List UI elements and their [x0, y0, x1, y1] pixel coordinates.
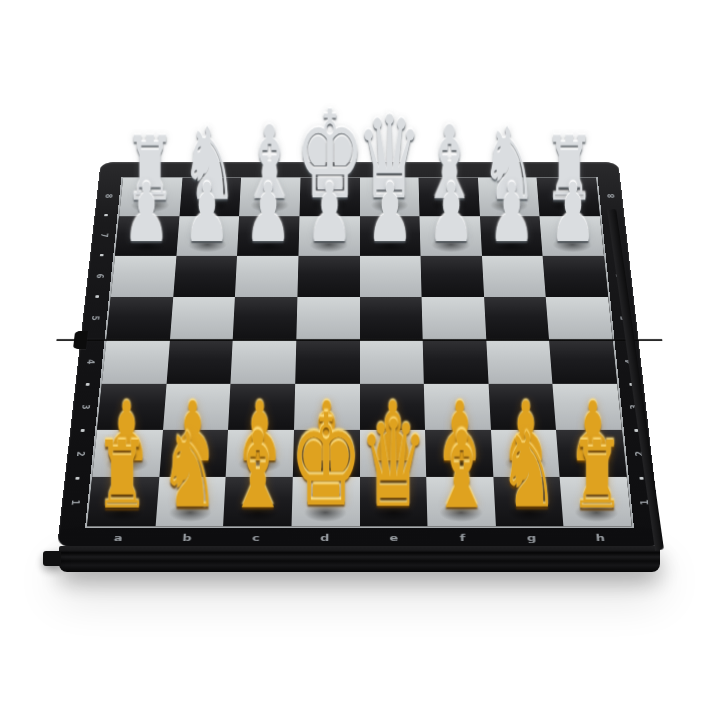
- board-latch: [43, 551, 61, 566]
- piece-gold-king-d1[interactable]: ♚: [291, 477, 359, 526]
- rank-label-left-6: 6: [93, 274, 105, 279]
- file-label-h: h: [595, 532, 606, 543]
- pieces-layer: ♜♞♝♚♛♝♞♜♟♟♟♟♟♟♟♟♟♟♟♟♟♟♟♟♜♞♝♚♛♝♞♜: [87, 178, 632, 527]
- hinge-clasp-icon: [73, 331, 88, 349]
- gold-king-glyph: ♚: [277, 402, 375, 519]
- rank-label-left-4: 4: [84, 359, 97, 364]
- file-label-b: b: [182, 532, 192, 543]
- file-label-e: e: [389, 532, 398, 543]
- piece-silver-pawn-h7[interactable]: ♟: [540, 216, 604, 256]
- board-front-edge: [59, 546, 660, 572]
- border-dot: [104, 214, 108, 216]
- rank-label-right-8: 8: [605, 194, 617, 198]
- file-label-d: d: [320, 532, 330, 543]
- file-label-a: a: [113, 532, 123, 543]
- border-dot: [95, 296, 99, 298]
- rank-label-left-5: 5: [89, 316, 101, 321]
- rank-label-left-3: 3: [79, 404, 92, 409]
- rank-label-left-2: 2: [74, 451, 87, 456]
- border-dot: [86, 383, 90, 386]
- border-dot: [75, 477, 79, 480]
- rank-label-left-8: 8: [102, 194, 114, 198]
- silver-pawn-glyph: ♟: [529, 175, 617, 250]
- gold-knight-glyph: ♞: [480, 424, 578, 520]
- border-dot: [639, 477, 643, 480]
- border-dot: [81, 429, 85, 432]
- file-label-c: c: [252, 532, 261, 543]
- border-dot: [100, 254, 104, 256]
- file-label-f: f: [460, 532, 467, 543]
- file-label-g: g: [526, 532, 536, 543]
- rank-label-left-7: 7: [98, 233, 110, 237]
- chess-board: ♜♞♝♚♛♝♞♜♟♟♟♟♟♟♟♟♟♟♟♟♟♟♟♟♜♞♝♚♛♝♞♜ abcdefg…: [57, 162, 662, 547]
- piece-gold-knight-g1[interactable]: ♞: [493, 477, 564, 526]
- product-photo-scene: ♜♞♝♚♛♝♞♜♟♟♟♟♟♟♟♟♟♟♟♟♟♟♟♟♜♞♝♚♛♝♞♜ abcdefg…: [0, 0, 720, 720]
- gold-knight-glyph: ♞: [141, 424, 239, 520]
- board-frame: ♜♞♝♚♛♝♞♜♟♟♟♟♟♟♟♟♟♟♟♟♟♟♟♟♜♞♝♚♛♝♞♜ abcdefg…: [57, 162, 662, 547]
- board-play-area: ♜♞♝♚♛♝♞♜♟♟♟♟♟♟♟♟♟♟♟♟♟♟♟♟♜♞♝♚♛♝♞♜: [85, 177, 634, 528]
- piece-gold-knight-b1[interactable]: ♞: [155, 477, 226, 526]
- rank-label-left-1: 1: [68, 500, 81, 506]
